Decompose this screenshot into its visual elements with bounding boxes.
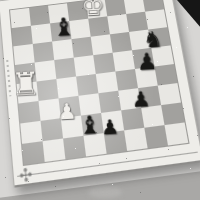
square-h1[interactable] (165, 122, 189, 145)
piece-white-rook-a4[interactable]: ♜ (11, 67, 41, 100)
square-a2[interactable] (20, 121, 42, 144)
square-a1[interactable] (22, 141, 45, 165)
piece-black-pawn-g3[interactable]: ♟ (131, 89, 151, 111)
square-e3[interactable] (98, 91, 121, 113)
chessboard-photo: ✣ ♚♝♞♟♜♟♝♟♟ (0, 0, 200, 200)
square-h3[interactable] (158, 83, 181, 105)
piece-black-bishop-d2[interactable]: ♝ (78, 112, 102, 138)
blurred-object (88, 186, 122, 198)
piece-black-pawn-e2[interactable]: ♟ (101, 117, 120, 138)
square-e4[interactable] (96, 71, 118, 93)
piece-black-bishop-c7[interactable]: ♝ (52, 14, 76, 40)
piece-white-pawn-c3[interactable]: ♟ (57, 100, 78, 123)
square-h2[interactable] (161, 103, 185, 126)
frame-corner-ornament: ✣ (19, 165, 34, 185)
piece-white-king-d8[interactable]: ♚ (81, 0, 106, 20)
square-d4[interactable] (76, 74, 98, 96)
piece-black-pawn-g5[interactable]: ♟ (136, 50, 158, 74)
square-a3[interactable] (18, 101, 40, 124)
square-c4[interactable] (56, 77, 78, 99)
square-b1[interactable] (43, 138, 66, 162)
